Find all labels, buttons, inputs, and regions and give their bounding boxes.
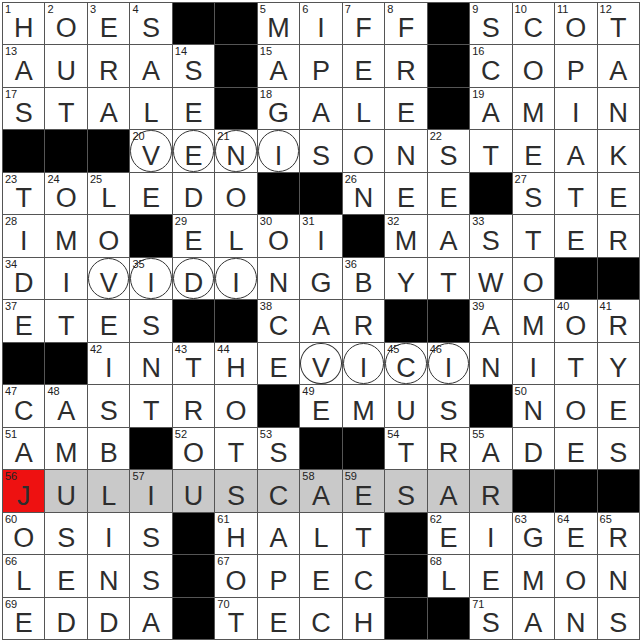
cell-number: 14 (175, 45, 187, 58)
grid-cell[interactable]: 29E (173, 215, 214, 256)
grid-cell[interactable]: 59E (343, 470, 384, 511)
cell-letter: A (300, 483, 341, 510)
grid-cell[interactable]: T (428, 258, 469, 299)
cell-letter: E (173, 143, 214, 170)
grid-cell[interactable]: 4S (130, 3, 171, 44)
cell-letter: A (45, 398, 86, 425)
grid-cell[interactable]: V (300, 343, 341, 384)
grid-cell[interactable]: C (258, 470, 299, 511)
grid-cell[interactable]: S (300, 130, 341, 171)
cell-letter: D (3, 270, 44, 297)
grid-cell[interactable]: A (513, 598, 554, 639)
grid-cell[interactable]: E (555, 215, 596, 256)
grid-cell[interactable]: R (343, 300, 384, 341)
grid-cell[interactable]: 67O (215, 555, 256, 596)
grid-cell[interactable]: 45C (385, 343, 426, 384)
cell-letter: C (300, 610, 341, 637)
grid-cell[interactable]: 39A (470, 300, 511, 341)
grid-cell[interactable]: T (555, 173, 596, 214)
cell-letter: D (45, 610, 86, 637)
grid-cell[interactable]: 8F (385, 3, 426, 44)
grid-cell[interactable]: 31I (300, 215, 341, 256)
grid-cell[interactable]: 3E (88, 3, 129, 44)
grid-cell[interactable]: 13A (3, 45, 44, 86)
grid-cell[interactable]: 34D (3, 258, 44, 299)
cell-letter: E (258, 610, 299, 637)
cell-letter: S (130, 525, 171, 552)
cell-letter: S (258, 440, 299, 467)
grid-cell[interactable]: E (555, 428, 596, 469)
grid-cell[interactable]: L (343, 88, 384, 129)
grid-cell[interactable]: 6I (300, 3, 341, 44)
cell-number: 5 (260, 3, 266, 16)
black-cell (215, 45, 256, 86)
grid-cell[interactable]: E (470, 555, 511, 596)
cell-letter: N (385, 143, 426, 170)
grid-cell[interactable]: I (555, 88, 596, 129)
grid-cell[interactable]: 20V (130, 130, 171, 171)
grid-cell[interactable]: L (215, 215, 256, 256)
cell-letter: O (258, 228, 299, 255)
cell-letter: A (428, 483, 469, 510)
grid-cell[interactable]: L (130, 88, 171, 129)
grid-cell[interactable]: 46I (428, 343, 469, 384)
grid-cell[interactable]: P (258, 555, 299, 596)
grid-cell[interactable]: I (470, 513, 511, 554)
cell-letter: V (300, 355, 341, 382)
grid-cell[interactable]: D (513, 428, 554, 469)
grid-cell[interactable]: T (470, 130, 511, 171)
grid-cell[interactable]: P (555, 45, 596, 86)
grid-cell[interactable]: T (555, 343, 596, 384)
grid-cell[interactable]: H (343, 598, 384, 639)
grid-cell[interactable]: C (343, 555, 384, 596)
grid-cell[interactable]: 33S (470, 215, 511, 256)
grid-cell[interactable]: E (45, 555, 86, 596)
cell-letter: O (45, 15, 86, 42)
grid-cell[interactable]: T (130, 385, 171, 426)
grid-cell[interactable]: A (428, 215, 469, 256)
grid-cell[interactable]: R (385, 45, 426, 86)
grid-cell[interactable]: I (45, 258, 86, 299)
grid-cell[interactable]: D (173, 258, 214, 299)
grid-cell[interactable]: E (428, 173, 469, 214)
cell-letter: T (343, 525, 384, 552)
cell-number: 50 (515, 385, 527, 398)
cell-number: 55 (472, 428, 484, 441)
grid-cell[interactable]: 63G (513, 513, 554, 554)
black-cell (385, 300, 426, 341)
cell-letter: A (3, 440, 44, 467)
grid-cell[interactable]: E (513, 130, 554, 171)
grid-cell[interactable]: R (428, 428, 469, 469)
grid-cell[interactable]: 38C (258, 300, 299, 341)
cell-number: 34 (5, 258, 17, 271)
grid-cell[interactable]: T (45, 300, 86, 341)
grid-cell[interactable]: 40O (555, 300, 596, 341)
grid-cell[interactable]: W (470, 258, 511, 299)
grid-cell[interactable]: I (88, 513, 129, 554)
cell-letter: I (300, 15, 341, 42)
grid-cell[interactable]: T (513, 215, 554, 256)
grid-cell[interactable]: 18G (258, 88, 299, 129)
cell-number: 65 (600, 513, 612, 526)
cell-letter: L (215, 228, 256, 255)
grid-cell[interactable]: K (598, 130, 639, 171)
grid-cell[interactable]: N (555, 598, 596, 639)
grid-cell[interactable]: N (258, 258, 299, 299)
cell-letter: I (300, 228, 341, 255)
grid-cell[interactable]: 11O (555, 3, 596, 44)
grid-cell[interactable]: A (428, 470, 469, 511)
grid-cell[interactable]: S (88, 385, 129, 426)
grid-cell[interactable]: 61H (215, 513, 256, 554)
grid-cell[interactable]: S (45, 513, 86, 554)
cell-letter: R (428, 440, 469, 467)
grid-cell[interactable]: 15A (258, 45, 299, 86)
grid-cell[interactable]: 54T (385, 428, 426, 469)
grid-cell[interactable]: I (215, 258, 256, 299)
grid-cell[interactable]: 9S (470, 3, 511, 44)
grid-cell[interactable]: 32M (385, 215, 426, 256)
cell-number: 21 (217, 130, 229, 143)
grid-cell[interactable]: 42I (88, 343, 129, 384)
grid-cell[interactable]: E (88, 300, 129, 341)
grid-cell[interactable]: A (258, 513, 299, 554)
black-cell (258, 173, 299, 214)
grid-cell[interactable]: 12T (598, 3, 639, 44)
grid-cell[interactable]: S (130, 300, 171, 341)
grid-cell[interactable]: D (173, 173, 214, 214)
grid-cell[interactable]: O (215, 385, 256, 426)
cell-letter: T (555, 355, 596, 382)
cell-letter: E (173, 228, 214, 255)
grid-cell[interactable]: S (385, 470, 426, 511)
cell-letter: B (88, 440, 129, 467)
cell-letter: F (385, 15, 426, 42)
grid-cell[interactable]: S (130, 513, 171, 554)
black-cell (513, 470, 554, 511)
grid-cell[interactable]: E (343, 45, 384, 86)
grid-cell[interactable]: 22S (428, 130, 469, 171)
grid-cell[interactable]: 70T (215, 598, 256, 639)
black-cell (470, 385, 511, 426)
grid-cell[interactable]: U (45, 470, 86, 511)
cell-letter: E (555, 525, 596, 552)
grid-cell[interactable]: 57I (130, 470, 171, 511)
black-cell (300, 173, 341, 214)
grid-cell[interactable]: L (88, 470, 129, 511)
cell-number: 25 (90, 173, 102, 186)
cell-letter: I (45, 270, 86, 297)
grid-cell[interactable]: 65R (598, 513, 639, 554)
grid-cell[interactable]: M (513, 555, 554, 596)
grid-cell[interactable]: M (45, 428, 86, 469)
grid-cell[interactable]: O (555, 555, 596, 596)
grid-cell[interactable]: E (258, 598, 299, 639)
cell-letter: D (513, 440, 554, 467)
grid-cell[interactable]: V (88, 258, 129, 299)
grid-cell[interactable]: 53S (258, 428, 299, 469)
cell-number: 38 (260, 300, 272, 313)
cell-letter: N (598, 100, 639, 127)
grid-cell[interactable]: 43T (173, 343, 214, 384)
cell-letter: C (3, 398, 44, 425)
cell-number: 32 (387, 215, 399, 228)
grid-cell[interactable]: C (300, 598, 341, 639)
grid-cell[interactable]: S (215, 470, 256, 511)
cell-number: 19 (472, 88, 484, 101)
grid-cell[interactable]: 56J (3, 470, 44, 511)
grid-cell[interactable]: B (88, 428, 129, 469)
cell-letter: E (598, 185, 639, 212)
grid-cell[interactable]: 14S (173, 45, 214, 86)
cell-letter: U (173, 483, 214, 510)
grid-cell[interactable]: O (88, 215, 129, 256)
cell-letter: S (3, 100, 44, 127)
cell-letter: E (173, 100, 214, 127)
cell-number: 42 (90, 343, 102, 356)
grid-cell[interactable]: S (598, 428, 639, 469)
grid-cell[interactable]: A (88, 88, 129, 129)
cell-number: 6 (302, 3, 308, 16)
grid-cell[interactable]: 50N (513, 385, 554, 426)
black-cell (45, 130, 86, 171)
cell-letter: S (598, 610, 639, 637)
grid-cell[interactable]: 71S (470, 598, 511, 639)
cell-letter: R (88, 58, 129, 85)
grid-cell[interactable]: 26N (343, 173, 384, 214)
black-cell (215, 88, 256, 129)
cell-letter: D (88, 610, 129, 637)
grid-cell[interactable]: R (598, 215, 639, 256)
grid-cell[interactable]: E (598, 385, 639, 426)
grid-cell[interactable]: E (598, 173, 639, 214)
grid-cell[interactable]: 60O (3, 513, 44, 554)
cell-number: 54 (387, 428, 399, 441)
grid-cell[interactable]: 49E (300, 385, 341, 426)
grid-cell[interactable]: 30O (258, 215, 299, 256)
grid-cell[interactable]: O (343, 130, 384, 171)
cell-letter: I (555, 100, 596, 127)
cell-letter: N (513, 398, 554, 425)
grid-cell[interactable]: 5M (258, 3, 299, 44)
grid-cell[interactable]: 19A (470, 88, 511, 129)
cell-number: 31 (302, 215, 314, 228)
cell-letter: O (215, 398, 256, 425)
grid-cell[interactable]: E (385, 88, 426, 129)
grid-cell[interactable]: 51A (3, 428, 44, 469)
grid-cell[interactable]: 44H (215, 343, 256, 384)
cell-letter: E (88, 313, 129, 340)
cell-letter: O (513, 58, 554, 85)
black-cell (343, 428, 384, 469)
grid-cell[interactable]: A (130, 598, 171, 639)
grid-cell[interactable]: E (258, 343, 299, 384)
grid-cell[interactable]: 48A (45, 385, 86, 426)
grid-cell[interactable]: N (470, 343, 511, 384)
grid-cell[interactable]: O (215, 173, 256, 214)
cell-letter: L (428, 568, 469, 595)
cell-letter: U (385, 398, 426, 425)
cell-letter: M (258, 15, 299, 42)
black-cell (428, 45, 469, 86)
grid-cell[interactable]: 52O (173, 428, 214, 469)
grid-cell[interactable]: I (513, 343, 554, 384)
grid-cell[interactable]: 2O (45, 3, 86, 44)
grid-cell[interactable]: A (300, 88, 341, 129)
grid-cell[interactable]: S (598, 598, 639, 639)
cell-letter: V (130, 143, 171, 170)
grid-cell[interactable]: E (173, 130, 214, 171)
grid-cell[interactable]: M (513, 88, 554, 129)
grid-cell[interactable]: U (45, 45, 86, 86)
grid-cell[interactable]: U (173, 470, 214, 511)
cell-number: 60 (5, 513, 17, 526)
cell-number: 12 (600, 3, 612, 16)
cell-number: 2 (47, 3, 53, 16)
cell-number: 70 (217, 598, 229, 611)
grid-cell[interactable]: G (300, 258, 341, 299)
cell-letter: T (3, 185, 44, 212)
grid-cell[interactable]: 27S (513, 173, 554, 214)
grid-cell[interactable]: 37E (3, 300, 44, 341)
cell-number: 35 (132, 258, 144, 271)
grid-cell[interactable]: T (343, 513, 384, 554)
cell-number: 46 (430, 343, 442, 356)
grid-cell[interactable]: D (88, 598, 129, 639)
cell-number: 10 (515, 3, 527, 16)
grid-cell[interactable]: E (300, 555, 341, 596)
black-cell (173, 3, 214, 44)
black-cell (173, 300, 214, 341)
black-cell (470, 173, 511, 214)
cell-letter: L (88, 483, 129, 510)
grid-cell[interactable]: 64E (555, 513, 596, 554)
cell-letter: D (173, 185, 214, 212)
grid-cell[interactable]: 28I (3, 215, 44, 256)
cell-letter: E (130, 185, 171, 212)
cell-letter: O (215, 568, 256, 595)
grid-cell[interactable]: N (130, 343, 171, 384)
cell-letter: A (258, 58, 299, 85)
grid-cell[interactable]: O (555, 385, 596, 426)
grid-cell[interactable]: 66L (3, 555, 44, 596)
grid-cell[interactable]: N (88, 555, 129, 596)
grid-cell[interactable]: N (598, 555, 639, 596)
grid-cell[interactable]: A (300, 300, 341, 341)
grid-cell[interactable]: 58A (300, 470, 341, 511)
black-cell (428, 598, 469, 639)
cell-letter: E (258, 355, 299, 382)
grid-cell[interactable]: 35I (130, 258, 171, 299)
grid-cell[interactable]: O (513, 258, 554, 299)
cell-number: 49 (302, 385, 314, 398)
cell-letter: E (343, 483, 384, 510)
cell-number: 47 (5, 385, 17, 398)
grid-cell[interactable]: 55A (470, 428, 511, 469)
cell-letter: S (385, 483, 426, 510)
cell-letter: T (470, 143, 511, 170)
cell-number: 26 (345, 173, 357, 186)
grid-cell[interactable]: A (598, 45, 639, 86)
grid-cell[interactable]: 62E (428, 513, 469, 554)
grid-cell[interactable]: I (343, 343, 384, 384)
grid-cell[interactable]: I (258, 130, 299, 171)
cell-letter: E (300, 398, 341, 425)
cell-number: 43 (175, 343, 187, 356)
grid-cell[interactable]: 17S (3, 88, 44, 129)
grid-cell[interactable]: M (343, 385, 384, 426)
grid-cell[interactable]: 69E (3, 598, 44, 639)
cell-letter: S (88, 398, 129, 425)
cell-letter: T (555, 185, 596, 212)
cell-letter: S (470, 15, 511, 42)
grid-cell[interactable]: R (470, 470, 511, 511)
grid-cell[interactable]: 21N (215, 130, 256, 171)
grid-cell[interactable]: S (428, 385, 469, 426)
grid-cell[interactable]: 1H (3, 3, 44, 44)
cell-number: 44 (217, 343, 229, 356)
cell-letter: E (3, 610, 44, 637)
cell-letter: M (45, 440, 86, 467)
grid-cell[interactable]: R (173, 385, 214, 426)
grid-cell[interactable]: T (215, 428, 256, 469)
grid-cell[interactable]: 47C (3, 385, 44, 426)
grid-cell[interactable]: M (45, 215, 86, 256)
grid-cell[interactable]: U (385, 385, 426, 426)
cell-letter: R (470, 483, 511, 510)
grid-cell[interactable]: M (513, 300, 554, 341)
cell-letter: S (513, 185, 554, 212)
cell-letter: I (88, 355, 129, 382)
cell-number: 45 (387, 343, 399, 356)
grid-cell[interactable]: 7F (343, 3, 384, 44)
grid-cell[interactable]: Y (385, 258, 426, 299)
cell-letter: N (343, 185, 384, 212)
grid-cell[interactable]: 36B (343, 258, 384, 299)
grid-cell[interactable]: E (385, 173, 426, 214)
grid-cell[interactable]: 68L (428, 555, 469, 596)
grid-cell[interactable]: D (45, 598, 86, 639)
grid-cell[interactable]: 25L (88, 173, 129, 214)
grid-cell[interactable]: Y (598, 343, 639, 384)
grid-cell[interactable]: R (88, 45, 129, 86)
grid-cell[interactable]: E (130, 173, 171, 214)
black-cell (173, 555, 214, 596)
grid-cell[interactable]: L (300, 513, 341, 554)
cell-letter: S (470, 610, 511, 637)
cell-letter: T (428, 270, 469, 297)
grid-cell[interactable]: N (598, 88, 639, 129)
grid-cell[interactable]: 23T (3, 173, 44, 214)
grid-cell[interactable]: A (130, 45, 171, 86)
grid-cell[interactable]: O (513, 45, 554, 86)
grid-cell[interactable]: 10C (513, 3, 554, 44)
grid-cell[interactable]: N (385, 130, 426, 171)
cell-letter: H (215, 355, 256, 382)
grid-cell[interactable]: 41R (598, 300, 639, 341)
grid-cell[interactable]: E (173, 88, 214, 129)
crossword-grid[interactable]: 1H2O3E4S5M6I7F8F9S10C11O12T13AURA14S15AP… (2, 2, 640, 640)
grid-cell[interactable]: 24O (45, 173, 86, 214)
grid-cell[interactable]: P (300, 45, 341, 86)
grid-cell[interactable]: 16C (470, 45, 511, 86)
grid-cell[interactable]: S (130, 555, 171, 596)
grid-cell[interactable]: T (45, 88, 86, 129)
cell-letter: G (258, 100, 299, 127)
grid-cell[interactable]: A (555, 130, 596, 171)
